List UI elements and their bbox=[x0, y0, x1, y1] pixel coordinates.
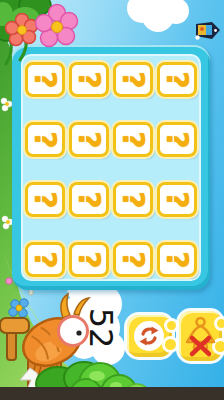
tag-icon bbox=[195, 21, 221, 40]
top-cloud bbox=[127, 0, 189, 32]
card-back-question-mark: ? bbox=[118, 71, 148, 88]
score-value: 52 bbox=[85, 308, 117, 349]
card-r3c4[interactable]: ? bbox=[157, 182, 197, 217]
card-r1c3[interactable]: ? bbox=[113, 62, 153, 97]
card-r1c1[interactable]: ? bbox=[25, 62, 65, 97]
score-display: 52 bbox=[78, 302, 124, 354]
card-back-question-mark: ? bbox=[74, 71, 104, 88]
card-back-question-mark: ? bbox=[162, 191, 192, 208]
card-back-question-mark: ? bbox=[162, 71, 192, 88]
card-back-question-mark: ? bbox=[74, 131, 104, 148]
card-back-question-mark: ? bbox=[118, 191, 148, 208]
game-screen: ? ? ? ? ? ? ? ? ? ? ? ? ? ? ? ? bbox=[0, 0, 224, 400]
card-grid: ? ? ? ? ? ? ? ? ? ? ? ? ? ? ? ? bbox=[21, 54, 201, 281]
exit-button[interactable] bbox=[179, 311, 222, 361]
card-back-question-mark: ? bbox=[74, 191, 104, 208]
card-r3c2[interactable]: ? bbox=[69, 182, 109, 217]
card-back-question-mark: ? bbox=[118, 251, 148, 268]
card-r2c1[interactable]: ? bbox=[25, 122, 65, 157]
card-r3c3[interactable]: ? bbox=[113, 182, 153, 217]
card-r4c1[interactable]: ? bbox=[25, 242, 65, 277]
bottom-letterbox-bar bbox=[0, 387, 224, 400]
card-r4c3[interactable]: ? bbox=[113, 242, 153, 277]
card-r2c4[interactable]: ? bbox=[157, 122, 197, 157]
card-back-question-mark: ? bbox=[30, 251, 60, 268]
card-back-question-mark: ? bbox=[30, 131, 60, 148]
card-back-question-mark: ? bbox=[30, 191, 60, 208]
exit-figure-icon bbox=[179, 311, 222, 361]
card-r2c2[interactable]: ? bbox=[69, 122, 109, 157]
card-board: ? ? ? ? ? ? ? ? ? ? ? ? ? ? ? ? bbox=[12, 45, 210, 290]
refresh-icon bbox=[137, 324, 161, 348]
card-r4c2[interactable]: ? bbox=[69, 242, 109, 277]
card-back-question-mark: ? bbox=[118, 131, 148, 148]
card-back-question-mark: ? bbox=[30, 71, 60, 88]
restart-icon-circle bbox=[134, 321, 164, 351]
card-r3c1[interactable]: ? bbox=[25, 182, 65, 217]
card-back-question-mark: ? bbox=[162, 251, 192, 268]
card-back-question-mark: ? bbox=[74, 251, 104, 268]
card-r2c3[interactable]: ? bbox=[113, 122, 153, 157]
card-r4c4[interactable]: ? bbox=[157, 242, 197, 277]
card-r1c4[interactable]: ? bbox=[157, 62, 197, 97]
restart-button[interactable] bbox=[127, 315, 172, 357]
corner-tag-banner[interactable] bbox=[195, 21, 221, 40]
card-r1c2[interactable]: ? bbox=[69, 62, 109, 97]
card-back-question-mark: ? bbox=[162, 131, 192, 148]
